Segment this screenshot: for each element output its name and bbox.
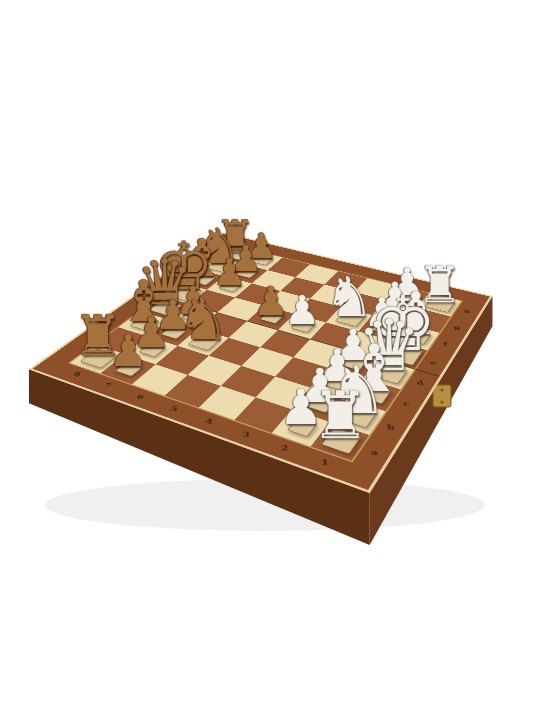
white-studio-background: { "game": "chess", "scene": "wooden fold… [0,0,540,720]
brass-hinge [433,385,451,407]
